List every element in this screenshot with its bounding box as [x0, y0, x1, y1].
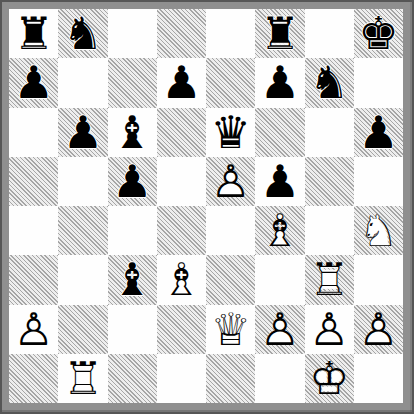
- pawn-glyph: ♟: [255, 58, 304, 107]
- square-d1[interactable]: [157, 354, 206, 403]
- chess-board: ♜♞♜♚♟♟♟♞♟♝♛♟♟♟♙♟♝♗♞♘♝♝♗♜♖♟♙♛♕♟♙♟♙♟♙♜♖♚♔: [9, 9, 403, 403]
- square-b2[interactable]: [58, 305, 107, 354]
- black-pawn[interactable]: ♟: [58, 108, 107, 157]
- square-a6[interactable]: [9, 108, 58, 157]
- bishop-outline-layer: ♗: [255, 206, 304, 255]
- square-a3[interactable]: [9, 255, 58, 304]
- square-c1[interactable]: [108, 354, 157, 403]
- pawn-glyph: ♟: [354, 108, 403, 157]
- square-e6[interactable]: ♛: [206, 108, 255, 157]
- pawn-glyph: ♟: [58, 108, 107, 157]
- rook-glyph: ♜: [9, 9, 58, 58]
- bishop-glyph: ♝: [108, 108, 157, 157]
- white-knight[interactable]: ♞♘: [354, 206, 403, 255]
- square-e3[interactable]: [206, 255, 255, 304]
- square-f2[interactable]: ♟♙: [255, 305, 304, 354]
- pawn-glyph: ♟: [108, 157, 157, 206]
- white-pawn[interactable]: ♟♙: [255, 305, 304, 354]
- square-a2[interactable]: ♟♙: [9, 305, 58, 354]
- square-b1[interactable]: ♜♖: [58, 354, 107, 403]
- square-e5[interactable]: ♟♙: [206, 157, 255, 206]
- pawn-outline-layer: ♙: [206, 157, 255, 206]
- black-pawn[interactable]: ♟: [354, 108, 403, 157]
- square-b8[interactable]: ♞: [58, 9, 107, 58]
- square-d4[interactable]: [157, 206, 206, 255]
- square-d2[interactable]: [157, 305, 206, 354]
- bishop-glyph: ♝: [108, 255, 157, 304]
- pawn-glyph: ♟: [255, 157, 304, 206]
- square-e2[interactable]: ♛♕: [206, 305, 255, 354]
- square-e1[interactable]: [206, 354, 255, 403]
- square-g2[interactable]: ♟♙: [305, 305, 354, 354]
- pawn-outline-layer: ♙: [255, 305, 304, 354]
- square-d8[interactable]: [157, 9, 206, 58]
- square-d7[interactable]: ♟: [157, 58, 206, 107]
- queen-outline-layer: ♕: [206, 305, 255, 354]
- square-a7[interactable]: ♟: [9, 58, 58, 107]
- square-h4[interactable]: ♞♘: [354, 206, 403, 255]
- square-f4[interactable]: ♝♗: [255, 206, 304, 255]
- square-e8[interactable]: [206, 9, 255, 58]
- square-a8[interactable]: ♜: [9, 9, 58, 58]
- black-rook[interactable]: ♜: [9, 9, 58, 58]
- white-pawn[interactable]: ♟♙: [206, 157, 255, 206]
- king-glyph: ♚: [354, 9, 403, 58]
- square-b3[interactable]: [58, 255, 107, 304]
- pawn-outline-layer: ♙: [9, 305, 58, 354]
- square-e7[interactable]: [206, 58, 255, 107]
- square-g5[interactable]: [305, 157, 354, 206]
- square-f1[interactable]: [255, 354, 304, 403]
- pawn-outline-layer: ♙: [305, 305, 354, 354]
- black-bishop[interactable]: ♝: [108, 108, 157, 157]
- queen-glyph: ♛: [206, 108, 255, 157]
- white-rook[interactable]: ♜♖: [305, 255, 354, 304]
- white-pawn[interactable]: ♟♙: [305, 305, 354, 354]
- pawn-outline-layer: ♙: [354, 305, 403, 354]
- square-f8[interactable]: ♜: [255, 9, 304, 58]
- square-h6[interactable]: ♟: [354, 108, 403, 157]
- square-f6[interactable]: [255, 108, 304, 157]
- black-king[interactable]: ♚: [354, 9, 403, 58]
- square-g1[interactable]: ♚♔: [305, 354, 354, 403]
- square-g3[interactable]: ♜♖: [305, 255, 354, 304]
- square-g7[interactable]: ♞: [305, 58, 354, 107]
- square-h2[interactable]: ♟♙: [354, 305, 403, 354]
- rook-glyph: ♜: [255, 9, 304, 58]
- square-f7[interactable]: ♟: [255, 58, 304, 107]
- square-e4[interactable]: [206, 206, 255, 255]
- square-h8[interactable]: ♚: [354, 9, 403, 58]
- white-king[interactable]: ♚♔: [305, 354, 354, 403]
- square-c4[interactable]: [108, 206, 157, 255]
- square-c5[interactable]: ♟: [108, 157, 157, 206]
- square-g6[interactable]: [305, 108, 354, 157]
- black-pawn[interactable]: ♟: [255, 58, 304, 107]
- square-a4[interactable]: [9, 206, 58, 255]
- square-c8[interactable]: [108, 9, 157, 58]
- pawn-glyph: ♟: [157, 58, 206, 107]
- white-bishop[interactable]: ♝♗: [255, 206, 304, 255]
- white-bishop[interactable]: ♝♗: [157, 255, 206, 304]
- square-b4[interactable]: [58, 206, 107, 255]
- bishop-outline-layer: ♗: [157, 255, 206, 304]
- black-bishop[interactable]: ♝: [108, 255, 157, 304]
- black-knight[interactable]: ♞: [58, 9, 107, 58]
- square-h7[interactable]: [354, 58, 403, 107]
- square-g8[interactable]: [305, 9, 354, 58]
- white-pawn[interactable]: ♟♙: [354, 305, 403, 354]
- square-h3[interactable]: [354, 255, 403, 304]
- black-pawn[interactable]: ♟: [255, 157, 304, 206]
- square-g4[interactable]: [305, 206, 354, 255]
- rook-outline-layer: ♖: [58, 354, 107, 403]
- square-d6[interactable]: [157, 108, 206, 157]
- black-knight[interactable]: ♞: [305, 58, 354, 107]
- king-outline-layer: ♔: [305, 354, 354, 403]
- square-c2[interactable]: [108, 305, 157, 354]
- black-queen[interactable]: ♛: [206, 108, 255, 157]
- square-d3[interactable]: ♝♗: [157, 255, 206, 304]
- square-c7[interactable]: [108, 58, 157, 107]
- black-rook[interactable]: ♜: [255, 9, 304, 58]
- square-h1[interactable]: [354, 354, 403, 403]
- knight-glyph: ♞: [58, 9, 107, 58]
- board-frame: ♜♞♜♚♟♟♟♞♟♝♛♟♟♟♙♟♝♗♞♘♝♝♗♜♖♟♙♛♕♟♙♟♙♟♙♜♖♚♔: [0, 0, 414, 414]
- square-d5[interactable]: [157, 157, 206, 206]
- knight-glyph: ♞: [305, 58, 354, 107]
- white-rook[interactable]: ♜♖: [58, 354, 107, 403]
- square-a1[interactable]: [9, 354, 58, 403]
- square-c6[interactable]: ♝: [108, 108, 157, 157]
- pawn-glyph: ♟: [9, 58, 58, 107]
- square-f3[interactable]: [255, 255, 304, 304]
- square-a5[interactable]: [9, 157, 58, 206]
- square-f5[interactable]: ♟: [255, 157, 304, 206]
- black-pawn[interactable]: ♟: [157, 58, 206, 107]
- white-queen[interactable]: ♛♕: [206, 305, 255, 354]
- black-pawn[interactable]: ♟: [108, 157, 157, 206]
- rook-outline-layer: ♖: [305, 255, 354, 304]
- square-c3[interactable]: ♝: [108, 255, 157, 304]
- square-b7[interactable]: [58, 58, 107, 107]
- white-pawn[interactable]: ♟♙: [9, 305, 58, 354]
- black-pawn[interactable]: ♟: [9, 58, 58, 107]
- knight-outline-layer: ♘: [354, 206, 403, 255]
- square-b5[interactable]: [58, 157, 107, 206]
- square-h5[interactable]: [354, 157, 403, 206]
- square-b6[interactable]: ♟: [58, 108, 107, 157]
